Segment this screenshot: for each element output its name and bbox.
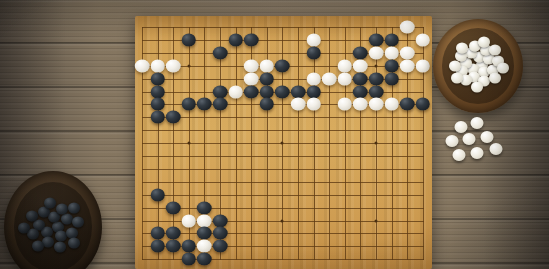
black-stone	[228, 33, 243, 46]
black-stone	[384, 72, 399, 85]
go-grid	[142, 27, 424, 260]
bowl-black-stone	[26, 211, 38, 222]
white-stone	[416, 33, 431, 46]
bowl-white-stone	[489, 72, 501, 83]
loose-white-stone	[453, 149, 466, 161]
go-scene-photo	[0, 0, 549, 269]
black-stone	[213, 85, 228, 98]
bowl-black-stone	[18, 223, 30, 234]
black-stone	[384, 33, 399, 46]
loose-white-stone	[471, 147, 484, 159]
white-stone	[306, 33, 321, 46]
white-stone	[228, 85, 243, 98]
bowl-black-stone	[56, 203, 68, 214]
black-stone	[213, 240, 228, 253]
black-stone	[150, 240, 165, 253]
black-stone	[244, 85, 259, 98]
black-stone	[291, 85, 306, 98]
black-stone	[182, 33, 197, 46]
black-stone-bowl	[4, 171, 102, 269]
black-stone	[150, 98, 165, 111]
white-stone	[150, 59, 165, 72]
black-stone	[353, 85, 368, 98]
bowl-white-stone	[456, 42, 468, 53]
black-stone	[150, 111, 165, 124]
white-stone	[384, 46, 399, 59]
white-stone	[306, 98, 321, 111]
bowl-black-stone	[44, 197, 56, 208]
bowl-white-stone	[449, 60, 461, 71]
black-stone	[166, 111, 181, 124]
white-stone	[338, 98, 353, 111]
black-stone	[275, 85, 290, 98]
star-point	[187, 142, 190, 145]
white-stone	[260, 59, 275, 72]
white-stone	[291, 98, 306, 111]
black-stone	[369, 85, 384, 98]
black-stone	[369, 33, 384, 46]
star-point	[281, 142, 284, 145]
black-stone	[400, 98, 415, 111]
white-stone	[197, 214, 212, 227]
white-stone	[244, 72, 259, 85]
black-stone	[197, 253, 212, 266]
bowl-black-stone	[68, 238, 80, 249]
white-stone	[400, 59, 415, 72]
star-point	[187, 64, 190, 67]
bowl-black-stone	[54, 242, 66, 253]
bowl-black-stone	[42, 237, 54, 248]
black-stone	[150, 227, 165, 240]
white-stone	[353, 59, 368, 72]
loose-white-stone	[481, 131, 494, 143]
bowl-black-stone	[72, 217, 84, 228]
star-point	[375, 142, 378, 145]
black-stone	[213, 214, 228, 227]
black-stone	[197, 227, 212, 240]
black-stone	[369, 72, 384, 85]
loose-white-stone	[455, 121, 468, 133]
white-stone	[338, 72, 353, 85]
black-stone	[197, 98, 212, 111]
white-stone	[182, 214, 197, 227]
black-stone	[150, 188, 165, 201]
white-stone	[135, 59, 150, 72]
loose-white-stone	[463, 133, 476, 145]
black-stone	[275, 59, 290, 72]
black-stone	[306, 46, 321, 59]
black-stone	[384, 59, 399, 72]
loose-white-stone	[471, 117, 484, 129]
white-stone	[244, 59, 259, 72]
bowl-white-stone	[478, 36, 490, 47]
white-stone	[400, 21, 415, 34]
white-stone	[400, 46, 415, 59]
star-point	[375, 219, 378, 222]
black-stone	[182, 240, 197, 253]
white-stone	[416, 59, 431, 72]
black-stone	[244, 33, 259, 46]
star-point	[281, 219, 284, 222]
black-stone	[306, 85, 321, 98]
white-stone	[353, 98, 368, 111]
black-stone	[166, 240, 181, 253]
loose-white-stone	[490, 143, 503, 155]
white-stone	[322, 72, 337, 85]
bowl-white-stone	[497, 63, 509, 74]
black-stone	[150, 72, 165, 85]
white-stone	[369, 46, 384, 59]
white-stone	[197, 240, 212, 253]
black-stone	[353, 72, 368, 85]
black-stone	[260, 85, 275, 98]
black-stone	[416, 98, 431, 111]
loose-white-stone	[446, 135, 459, 147]
black-stone	[166, 201, 181, 214]
bowl-white-stone	[451, 73, 463, 84]
white-stone	[369, 98, 384, 111]
black-stone	[182, 253, 197, 266]
white-stone	[306, 72, 321, 85]
black-stone	[260, 98, 275, 111]
go-board	[135, 16, 432, 269]
black-stone	[213, 46, 228, 59]
bowl-white-stone	[489, 44, 501, 55]
black-stone	[213, 227, 228, 240]
black-stone	[182, 98, 197, 111]
bowl-white-stone	[471, 81, 483, 92]
black-stone	[213, 98, 228, 111]
white-stone	[166, 59, 181, 72]
bowl-black-stone	[68, 203, 80, 214]
white-stone	[338, 59, 353, 72]
white-stone-bowl	[433, 19, 523, 113]
star-point	[375, 64, 378, 67]
black-stone	[197, 201, 212, 214]
bowl-black-stone	[32, 241, 44, 252]
black-stone	[260, 72, 275, 85]
black-stone	[353, 46, 368, 59]
black-stone	[150, 85, 165, 98]
black-stone	[166, 227, 181, 240]
white-stone	[384, 98, 399, 111]
